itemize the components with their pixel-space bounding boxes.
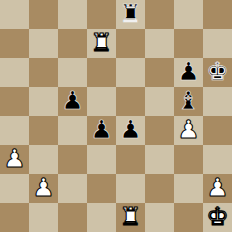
square-g2[interactable]	[174, 174, 203, 203]
black-bishop[interactable]: ♝	[177, 88, 199, 113]
square-c1[interactable]	[58, 203, 87, 232]
square-d5[interactable]	[87, 87, 116, 116]
square-e6[interactable]	[116, 58, 145, 87]
square-c7[interactable]	[58, 29, 87, 58]
square-a3[interactable]: ♟	[0, 145, 29, 174]
square-b3[interactable]	[29, 145, 58, 174]
square-h2[interactable]: ♟	[203, 174, 232, 203]
square-f3[interactable]	[145, 145, 174, 174]
square-d4[interactable]: ♟	[87, 116, 116, 145]
square-g4[interactable]: ♟	[174, 116, 203, 145]
square-f1[interactable]	[145, 203, 174, 232]
square-g7[interactable]	[174, 29, 203, 58]
square-h3[interactable]	[203, 145, 232, 174]
square-h5[interactable]	[203, 87, 232, 116]
square-d7[interactable]: ♜	[87, 29, 116, 58]
white-pawn[interactable]: ♟	[206, 175, 228, 200]
black-pawn[interactable]: ♟	[61, 88, 83, 113]
square-a5[interactable]	[0, 87, 29, 116]
square-a1[interactable]	[0, 203, 29, 232]
square-f5[interactable]	[145, 87, 174, 116]
white-rook[interactable]: ♜	[90, 30, 112, 55]
square-a6[interactable]	[0, 58, 29, 87]
square-c3[interactable]	[58, 145, 87, 174]
square-f7[interactable]	[145, 29, 174, 58]
square-e7[interactable]	[116, 29, 145, 58]
square-e2[interactable]	[116, 174, 145, 203]
square-c5[interactable]: ♟	[58, 87, 87, 116]
square-a4[interactable]	[0, 116, 29, 145]
square-f2[interactable]	[145, 174, 174, 203]
square-f6[interactable]	[145, 58, 174, 87]
square-d6[interactable]	[87, 58, 116, 87]
square-b7[interactable]	[29, 29, 58, 58]
square-g3[interactable]	[174, 145, 203, 174]
white-pawn[interactable]: ♟	[3, 146, 25, 171]
square-h6[interactable]: ♚	[203, 58, 232, 87]
square-h1[interactable]: ♚	[203, 203, 232, 232]
black-king[interactable]: ♚	[206, 59, 228, 84]
square-b5[interactable]	[29, 87, 58, 116]
square-e1[interactable]: ♜	[116, 203, 145, 232]
black-pawn[interactable]: ♟	[90, 117, 112, 142]
square-g1[interactable]	[174, 203, 203, 232]
square-d8[interactable]	[87, 0, 116, 29]
square-e5[interactable]	[116, 87, 145, 116]
white-rook[interactable]: ♜	[119, 204, 141, 229]
square-d3[interactable]	[87, 145, 116, 174]
square-g6[interactable]: ♟	[174, 58, 203, 87]
white-pawn[interactable]: ♟	[177, 117, 199, 142]
chess-board: ♜♜♟♚♟♝♟♟♟♟♟♟♜♚	[0, 0, 232, 232]
white-king[interactable]: ♚	[206, 204, 228, 229]
square-e4[interactable]: ♟	[116, 116, 145, 145]
black-rook[interactable]: ♜	[119, 1, 141, 26]
black-pawn[interactable]: ♟	[119, 117, 141, 142]
square-d2[interactable]	[87, 174, 116, 203]
square-b6[interactable]	[29, 58, 58, 87]
square-b2[interactable]: ♟	[29, 174, 58, 203]
square-c8[interactable]	[58, 0, 87, 29]
square-e3[interactable]	[116, 145, 145, 174]
square-e8[interactable]: ♜	[116, 0, 145, 29]
square-a2[interactable]	[0, 174, 29, 203]
square-g5[interactable]: ♝	[174, 87, 203, 116]
square-c6[interactable]	[58, 58, 87, 87]
square-b1[interactable]	[29, 203, 58, 232]
square-a8[interactable]	[0, 0, 29, 29]
square-f8[interactable]	[145, 0, 174, 29]
square-f4[interactable]	[145, 116, 174, 145]
square-h8[interactable]	[203, 0, 232, 29]
square-c4[interactable]	[58, 116, 87, 145]
white-pawn[interactable]: ♟	[32, 175, 54, 200]
square-b4[interactable]	[29, 116, 58, 145]
black-pawn[interactable]: ♟	[177, 59, 199, 84]
square-b8[interactable]	[29, 0, 58, 29]
square-h4[interactable]	[203, 116, 232, 145]
square-c2[interactable]	[58, 174, 87, 203]
square-h7[interactable]	[203, 29, 232, 58]
square-g8[interactable]	[174, 0, 203, 29]
square-d1[interactable]	[87, 203, 116, 232]
square-a7[interactable]	[0, 29, 29, 58]
